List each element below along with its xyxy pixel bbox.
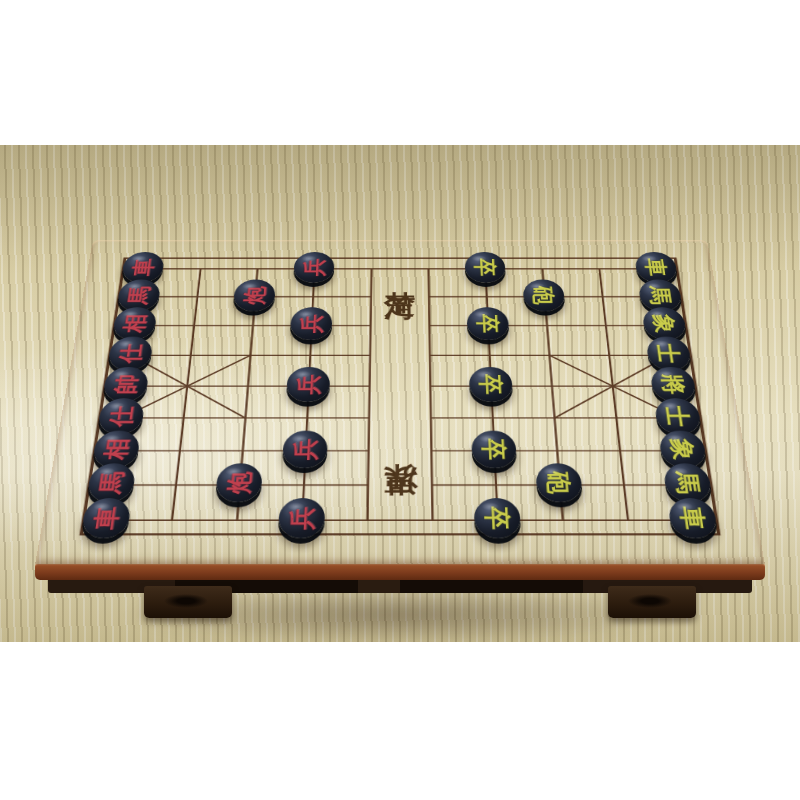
black-soldier[interactable]: 卒 [473, 498, 521, 538]
board-intersections: 車兵卒車馬炮砲馬相兵卒象仕士帥兵卒將仕士相兵卒象馬炮砲馬車兵卒車 [71, 255, 728, 538]
red-elephant[interactable]: 相 [92, 430, 142, 468]
board-intersection: 炮 [206, 468, 273, 503]
red-soldier-glyph: 兵 [292, 438, 319, 460]
board-intersection [400, 255, 457, 282]
red-cannon-glyph: 炮 [242, 286, 267, 304]
board-intersection [342, 283, 400, 311]
board-intersection [213, 402, 277, 434]
black-elephant[interactable]: 象 [641, 308, 687, 341]
black-soldier-glyph: 卒 [473, 258, 497, 276]
board-intersection [335, 468, 400, 503]
board-front-edge [35, 564, 765, 580]
board-intersection [334, 502, 400, 538]
black-chariot-glyph: 車 [678, 507, 708, 530]
black-chariot[interactable]: 車 [667, 498, 719, 538]
red-horse[interactable]: 馬 [116, 279, 161, 311]
board-intersection [517, 311, 578, 340]
board-intersection [519, 340, 581, 370]
board-intersection [219, 340, 281, 370]
board-intersection: 車 [658, 502, 728, 538]
board-intersection [461, 402, 524, 434]
black-soldier[interactable]: 卒 [464, 252, 506, 283]
board-intersection [216, 371, 279, 402]
board-intersection: 砲 [515, 283, 575, 311]
red-chariot-glyph: 車 [130, 258, 156, 276]
board-intersection [400, 468, 465, 503]
board-intersection [590, 468, 658, 503]
xiangqi-board: 楚河 漢界 車兵卒車馬炮砲馬相兵卒象仕士帥兵卒將仕士相兵卒象馬炮砲馬車兵卒車 [35, 240, 765, 565]
board-intersection: 士 [645, 402, 712, 434]
red-cannon-glyph: 炮 [226, 472, 254, 494]
board-intersection [167, 283, 228, 311]
board-intersection [570, 255, 630, 282]
red-soldier-glyph: 兵 [296, 374, 322, 394]
board-intersection [521, 371, 584, 402]
red-horse-glyph: 馬 [97, 472, 126, 494]
red-elephant-glyph: 相 [102, 438, 131, 460]
board-intersection: 兵 [281, 311, 341, 340]
red-advisor[interactable]: 仕 [97, 398, 146, 434]
board-intersection [572, 283, 633, 311]
board-intersection: 仕 [88, 402, 155, 434]
board-intersection [340, 340, 400, 370]
red-soldier-glyph: 兵 [288, 507, 316, 530]
board-intersection [159, 340, 222, 370]
board-intersection [575, 311, 637, 340]
board-intersection [343, 255, 400, 282]
board-intersection [400, 371, 461, 402]
board-intersection [400, 311, 459, 340]
red-soldier-glyph: 兵 [302, 258, 326, 276]
red-chariot-glyph: 車 [92, 507, 122, 530]
red-soldier[interactable]: 兵 [286, 367, 331, 402]
board-intersection: 帥 [93, 371, 158, 402]
board-intersection [529, 502, 597, 538]
black-soldier-glyph: 卒 [483, 507, 511, 530]
board-intersection [339, 371, 400, 402]
board-stand [48, 580, 752, 593]
board-intersection: 炮 [225, 283, 285, 311]
red-chariot[interactable]: 車 [121, 252, 166, 283]
board-intersection: 卒 [460, 371, 522, 402]
board-intersection: 兵 [269, 502, 336, 538]
board-intersection [584, 402, 650, 434]
white-margin-top [0, 0, 800, 145]
red-soldier[interactable]: 兵 [293, 252, 335, 283]
black-soldier[interactable]: 卒 [471, 430, 517, 468]
black-horse-glyph: 馬 [673, 472, 702, 494]
board-intersection [163, 311, 225, 340]
board-intersection [137, 502, 206, 538]
red-cannon[interactable]: 炮 [233, 279, 276, 311]
board-intersection [400, 402, 462, 434]
board-intersection [151, 402, 217, 434]
red-horse-glyph: 馬 [126, 286, 152, 304]
board-intersection [142, 468, 210, 503]
red-general-glyph: 帥 [112, 374, 140, 394]
black-soldier-glyph: 卒 [481, 438, 508, 460]
stand-leg-left [144, 586, 232, 618]
board-intersection: 卒 [462, 434, 527, 467]
black-cannon[interactable]: 砲 [523, 279, 566, 311]
red-soldier[interactable]: 兵 [290, 308, 333, 341]
black-soldier[interactable]: 卒 [469, 367, 514, 402]
red-soldier-glyph: 兵 [299, 314, 324, 333]
black-horse[interactable]: 馬 [637, 279, 682, 311]
board-intersection: 車 [71, 502, 141, 538]
board-intersection [400, 434, 463, 467]
black-elephant-glyph: 象 [651, 314, 678, 333]
red-cannon[interactable]: 炮 [215, 464, 263, 503]
black-soldier-glyph: 卒 [478, 374, 504, 394]
board-intersection [523, 402, 587, 434]
black-soldier[interactable]: 卒 [466, 308, 509, 341]
board-intersection [341, 311, 400, 340]
black-advisor[interactable]: 士 [645, 337, 692, 371]
black-elephant[interactable]: 象 [658, 430, 708, 468]
black-general-glyph: 將 [659, 374, 687, 394]
board-intersection: 兵 [277, 371, 339, 402]
red-advisor[interactable]: 仕 [107, 337, 154, 371]
black-horse-glyph: 馬 [647, 286, 673, 304]
red-soldier[interactable]: 兵 [278, 498, 326, 538]
board-intersection [587, 434, 654, 467]
board-intersection: 卒 [458, 311, 518, 340]
board-intersection: 車 [113, 255, 174, 282]
board-intersection [578, 340, 641, 370]
board-intersection: 卒 [465, 502, 532, 538]
board-intersection [155, 371, 219, 402]
black-horse[interactable]: 馬 [662, 464, 713, 503]
board-intersection: 兵 [285, 255, 343, 282]
red-general[interactable]: 帥 [102, 367, 150, 402]
red-elephant-glyph: 相 [122, 314, 149, 333]
red-horse[interactable]: 馬 [86, 464, 137, 503]
board-intersection [170, 255, 230, 282]
black-soldier-glyph: 卒 [475, 314, 500, 333]
black-cannon-glyph: 砲 [532, 286, 557, 304]
board-intersection [146, 434, 213, 467]
red-chariot[interactable]: 車 [80, 498, 132, 538]
photo-area: 楚河 漢界 車兵卒車馬炮砲馬相兵卒象仕士帥兵卒將仕士相兵卒象馬炮砲馬車兵卒車 [0, 145, 800, 642]
black-general[interactable]: 將 [649, 367, 697, 402]
black-cannon-glyph: 砲 [546, 472, 574, 494]
black-chariot[interactable]: 車 [634, 252, 679, 283]
board-intersection: 砲 [527, 468, 594, 503]
stand-leg-right [608, 586, 696, 618]
board-intersection [594, 502, 663, 538]
board-intersection [400, 283, 458, 311]
black-advisor-glyph: 士 [663, 406, 691, 427]
board-intersection [338, 402, 400, 434]
white-margin-bottom [0, 642, 800, 800]
red-elephant[interactable]: 相 [112, 308, 158, 341]
board-intersection: 兵 [273, 434, 338, 467]
board-assembly: 楚河 漢界 車兵卒車馬炮砲馬相兵卒象仕士帥兵卒將仕士相兵卒象馬炮砲馬車兵卒車 [35, 145, 765, 593]
black-chariot-glyph: 車 [643, 258, 669, 276]
board-intersection [337, 434, 400, 467]
board-intersection [203, 502, 271, 538]
board-intersection: 卒 [457, 255, 515, 282]
board-intersection [275, 402, 338, 434]
black-advisor[interactable]: 士 [653, 398, 702, 434]
board-intersection [400, 502, 466, 538]
red-advisor-glyph: 仕 [117, 344, 144, 364]
board-intersection [222, 311, 283, 340]
black-elephant-glyph: 象 [668, 438, 697, 460]
black-advisor-glyph: 士 [655, 344, 682, 364]
red-soldier[interactable]: 兵 [282, 430, 328, 468]
board-intersection [400, 340, 460, 370]
black-cannon[interactable]: 砲 [535, 464, 583, 503]
board-intersection [581, 371, 645, 402]
red-advisor-glyph: 仕 [107, 406, 135, 427]
